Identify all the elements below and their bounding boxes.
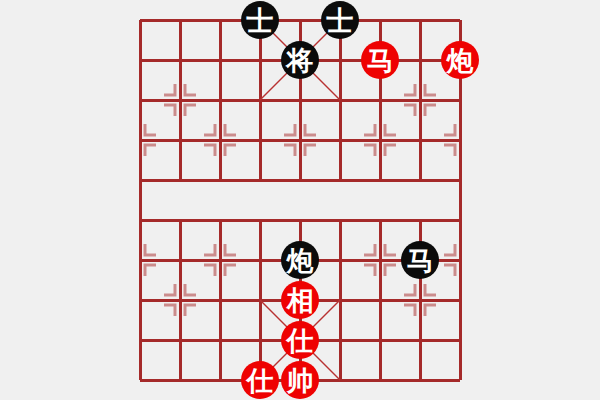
point-3-0[interactable]: 士	[240, 0, 280, 40]
point-1-1[interactable]	[160, 40, 200, 80]
point-4-8[interactable]: 仕	[280, 320, 320, 360]
point-3-2[interactable]	[240, 80, 280, 120]
point-4-2[interactable]	[280, 80, 320, 120]
point-5-5[interactable]	[320, 200, 360, 240]
point-6-4[interactable]	[360, 160, 400, 200]
point-3-5[interactable]	[240, 200, 280, 240]
board-grid: 士士将马炮炮马相仕仕帅	[120, 0, 480, 400]
point-7-4[interactable]	[400, 160, 440, 200]
point-1-4[interactable]	[160, 160, 200, 200]
point-0-7[interactable]	[120, 280, 160, 320]
point-5-7[interactable]	[320, 280, 360, 320]
point-4-7[interactable]: 相	[280, 280, 320, 320]
point-2-1[interactable]	[200, 40, 240, 80]
point-0-6[interactable]	[120, 240, 160, 280]
point-1-8[interactable]	[160, 320, 200, 360]
point-7-0[interactable]	[400, 0, 440, 40]
point-5-3[interactable]	[320, 120, 360, 160]
point-5-0[interactable]: 士	[320, 0, 360, 40]
point-2-5[interactable]	[200, 200, 240, 240]
point-1-7[interactable]	[160, 280, 200, 320]
point-8-3[interactable]	[440, 120, 480, 160]
black-horse[interactable]: 马	[401, 241, 439, 279]
point-0-9[interactable]	[120, 360, 160, 400]
point-1-0[interactable]	[160, 0, 200, 40]
point-6-8[interactable]	[360, 320, 400, 360]
point-0-4[interactable]	[120, 160, 160, 200]
point-2-9[interactable]	[200, 360, 240, 400]
point-3-6[interactable]	[240, 240, 280, 280]
point-7-7[interactable]	[400, 280, 440, 320]
black-advisor[interactable]: 士	[321, 1, 359, 39]
point-8-6[interactable]	[440, 240, 480, 280]
point-8-4[interactable]	[440, 160, 480, 200]
point-0-3[interactable]	[120, 120, 160, 160]
point-3-9[interactable]: 仕	[240, 360, 280, 400]
point-6-5[interactable]	[360, 200, 400, 240]
point-6-3[interactable]	[360, 120, 400, 160]
point-0-1[interactable]	[120, 40, 160, 80]
point-7-9[interactable]	[400, 360, 440, 400]
black-general[interactable]: 将	[281, 41, 319, 79]
black-advisor[interactable]: 士	[241, 1, 279, 39]
point-4-1[interactable]: 将	[280, 40, 320, 80]
point-4-0[interactable]	[280, 0, 320, 40]
point-8-1[interactable]: 炮	[440, 40, 480, 80]
point-1-3[interactable]	[160, 120, 200, 160]
point-6-9[interactable]	[360, 360, 400, 400]
point-6-1[interactable]: 马	[360, 40, 400, 80]
point-6-0[interactable]	[360, 0, 400, 40]
point-5-1[interactable]	[320, 40, 360, 80]
point-4-4[interactable]	[280, 160, 320, 200]
point-6-2[interactable]	[360, 80, 400, 120]
point-1-6[interactable]	[160, 240, 200, 280]
point-0-5[interactable]	[120, 200, 160, 240]
point-5-9[interactable]	[320, 360, 360, 400]
point-5-4[interactable]	[320, 160, 360, 200]
point-8-7[interactable]	[440, 280, 480, 320]
point-7-3[interactable]	[400, 120, 440, 160]
point-2-8[interactable]	[200, 320, 240, 360]
red-horse[interactable]: 马	[361, 41, 399, 79]
point-8-2[interactable]	[440, 80, 480, 120]
point-5-6[interactable]	[320, 240, 360, 280]
point-6-6[interactable]	[360, 240, 400, 280]
point-6-7[interactable]	[360, 280, 400, 320]
point-3-4[interactable]	[240, 160, 280, 200]
point-2-6[interactable]	[200, 240, 240, 280]
point-1-9[interactable]	[160, 360, 200, 400]
point-2-4[interactable]	[200, 160, 240, 200]
point-3-7[interactable]	[240, 280, 280, 320]
point-0-8[interactable]	[120, 320, 160, 360]
point-7-1[interactable]	[400, 40, 440, 80]
point-8-5[interactable]	[440, 200, 480, 240]
point-7-5[interactable]	[400, 200, 440, 240]
point-7-8[interactable]	[400, 320, 440, 360]
point-5-8[interactable]	[320, 320, 360, 360]
black-cannon[interactable]: 炮	[281, 241, 319, 279]
point-3-3[interactable]	[240, 120, 280, 160]
point-2-7[interactable]	[200, 280, 240, 320]
point-0-0[interactable]	[120, 0, 160, 40]
point-2-0[interactable]	[200, 0, 240, 40]
point-3-8[interactable]	[240, 320, 280, 360]
point-8-0[interactable]	[440, 0, 480, 40]
red-advisor[interactable]: 仕	[281, 321, 319, 359]
point-1-5[interactable]	[160, 200, 200, 240]
point-7-6[interactable]: 马	[400, 240, 440, 280]
point-3-1[interactable]	[240, 40, 280, 80]
point-7-2[interactable]	[400, 80, 440, 120]
red-advisor[interactable]: 仕	[241, 361, 279, 399]
point-1-2[interactable]	[160, 80, 200, 120]
point-4-9[interactable]: 帅	[280, 360, 320, 400]
point-4-5[interactable]	[280, 200, 320, 240]
point-4-6[interactable]: 炮	[280, 240, 320, 280]
point-8-9[interactable]	[440, 360, 480, 400]
red-cannon[interactable]: 炮	[441, 41, 479, 79]
point-8-8[interactable]	[440, 320, 480, 360]
point-0-2[interactable]	[120, 80, 160, 120]
point-2-3[interactable]	[200, 120, 240, 160]
point-4-3[interactable]	[280, 120, 320, 160]
point-5-2[interactable]	[320, 80, 360, 120]
point-2-2[interactable]	[200, 80, 240, 120]
red-general[interactable]: 帅	[281, 361, 319, 399]
xiangqi-board: 士士将马炮炮马相仕仕帅	[0, 0, 600, 400]
red-elephant[interactable]: 相	[281, 281, 319, 319]
